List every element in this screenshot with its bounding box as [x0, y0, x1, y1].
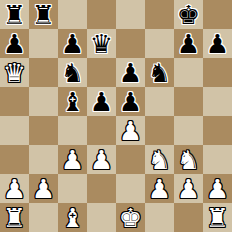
square-b4[interactable] — [29, 116, 58, 145]
square-h5[interactable] — [203, 87, 232, 116]
piece-black-pawn[interactable]: ♟ — [177, 31, 200, 57]
square-c6[interactable]: ♞ — [58, 58, 87, 87]
square-c3[interactable]: ♟ — [58, 145, 87, 174]
piece-white-pawn[interactable]: ♟ — [206, 176, 229, 202]
square-e6[interactable]: ♟ — [116, 58, 145, 87]
square-c1[interactable]: ♝ — [58, 203, 87, 232]
square-b1[interactable] — [29, 203, 58, 232]
square-b6[interactable] — [29, 58, 58, 87]
square-d6[interactable] — [87, 58, 116, 87]
square-e2[interactable] — [116, 174, 145, 203]
square-h4[interactable] — [203, 116, 232, 145]
piece-black-pawn[interactable]: ♟ — [90, 89, 113, 115]
square-f5[interactable] — [145, 87, 174, 116]
piece-white-knight[interactable]: ♞ — [148, 147, 171, 173]
square-f8[interactable] — [145, 0, 174, 29]
square-f1[interactable] — [145, 203, 174, 232]
piece-black-queen[interactable]: ♛ — [90, 31, 113, 57]
piece-white-king[interactable]: ♚ — [119, 205, 142, 231]
square-d5[interactable]: ♟ — [87, 87, 116, 116]
square-g1[interactable] — [174, 203, 203, 232]
square-a1[interactable]: ♜ — [0, 203, 29, 232]
square-g3[interactable]: ♞ — [174, 145, 203, 174]
square-g4[interactable] — [174, 116, 203, 145]
square-d4[interactable] — [87, 116, 116, 145]
piece-white-pawn[interactable]: ♟ — [3, 176, 26, 202]
square-b5[interactable] — [29, 87, 58, 116]
piece-black-rook[interactable]: ♜ — [32, 2, 55, 28]
square-e5[interactable]: ♟ — [116, 87, 145, 116]
square-a2[interactable]: ♟ — [0, 174, 29, 203]
square-a5[interactable] — [0, 87, 29, 116]
piece-black-king[interactable]: ♚ — [177, 2, 200, 28]
piece-black-rook[interactable]: ♜ — [3, 2, 26, 28]
square-g7[interactable]: ♟ — [174, 29, 203, 58]
piece-black-knight[interactable]: ♞ — [61, 60, 84, 86]
square-c2[interactable] — [58, 174, 87, 203]
square-g5[interactable] — [174, 87, 203, 116]
piece-black-pawn[interactable]: ♟ — [119, 89, 142, 115]
piece-white-pawn[interactable]: ♟ — [119, 118, 142, 144]
square-c7[interactable]: ♟ — [58, 29, 87, 58]
square-h6[interactable] — [203, 58, 232, 87]
square-h1[interactable]: ♜ — [203, 203, 232, 232]
square-b8[interactable]: ♜ — [29, 0, 58, 29]
square-d3[interactable]: ♟ — [87, 145, 116, 174]
square-b7[interactable] — [29, 29, 58, 58]
square-c5[interactable]: ♝ — [58, 87, 87, 116]
square-d1[interactable] — [87, 203, 116, 232]
square-h7[interactable]: ♟ — [203, 29, 232, 58]
square-b2[interactable]: ♟ — [29, 174, 58, 203]
square-c4[interactable] — [58, 116, 87, 145]
square-g2[interactable]: ♟ — [174, 174, 203, 203]
piece-white-pawn[interactable]: ♟ — [148, 176, 171, 202]
square-f2[interactable]: ♟ — [145, 174, 174, 203]
piece-white-pawn[interactable]: ♟ — [61, 147, 84, 173]
piece-black-pawn[interactable]: ♟ — [61, 31, 84, 57]
piece-black-pawn[interactable]: ♟ — [206, 31, 229, 57]
square-a3[interactable] — [0, 145, 29, 174]
piece-white-pawn[interactable]: ♟ — [90, 147, 113, 173]
piece-white-rook[interactable]: ♜ — [3, 205, 26, 231]
square-d8[interactable] — [87, 0, 116, 29]
square-f4[interactable] — [145, 116, 174, 145]
piece-black-knight[interactable]: ♞ — [148, 60, 171, 86]
square-d2[interactable] — [87, 174, 116, 203]
square-h2[interactable]: ♟ — [203, 174, 232, 203]
square-a4[interactable] — [0, 116, 29, 145]
chess-board: ♜♜♚♟♟♛♟♟♛♞♟♞♝♟♟♟♟♟♞♞♟♟♟♟♟♜♝♚♜ — [0, 0, 232, 232]
piece-white-queen[interactable]: ♛ — [3, 60, 26, 86]
piece-white-pawn[interactable]: ♟ — [177, 176, 200, 202]
square-e1[interactable]: ♚ — [116, 203, 145, 232]
square-g6[interactable] — [174, 58, 203, 87]
square-e8[interactable] — [116, 0, 145, 29]
square-d7[interactable]: ♛ — [87, 29, 116, 58]
square-f6[interactable]: ♞ — [145, 58, 174, 87]
piece-white-pawn[interactable]: ♟ — [32, 176, 55, 202]
piece-white-rook[interactable]: ♜ — [206, 205, 229, 231]
square-a7[interactable]: ♟ — [0, 29, 29, 58]
square-b3[interactable] — [29, 145, 58, 174]
square-h8[interactable] — [203, 0, 232, 29]
square-a6[interactable]: ♛ — [0, 58, 29, 87]
square-e7[interactable] — [116, 29, 145, 58]
square-c8[interactable] — [58, 0, 87, 29]
piece-white-bishop[interactable]: ♝ — [61, 205, 84, 231]
piece-black-pawn[interactable]: ♟ — [3, 31, 26, 57]
square-f3[interactable]: ♞ — [145, 145, 174, 174]
square-h3[interactable] — [203, 145, 232, 174]
square-a8[interactable]: ♜ — [0, 0, 29, 29]
square-f7[interactable] — [145, 29, 174, 58]
piece-black-bishop[interactable]: ♝ — [61, 89, 84, 115]
square-e4[interactable]: ♟ — [116, 116, 145, 145]
piece-white-knight[interactable]: ♞ — [177, 147, 200, 173]
square-g8[interactable]: ♚ — [174, 0, 203, 29]
square-e3[interactable] — [116, 145, 145, 174]
piece-black-pawn[interactable]: ♟ — [119, 60, 142, 86]
